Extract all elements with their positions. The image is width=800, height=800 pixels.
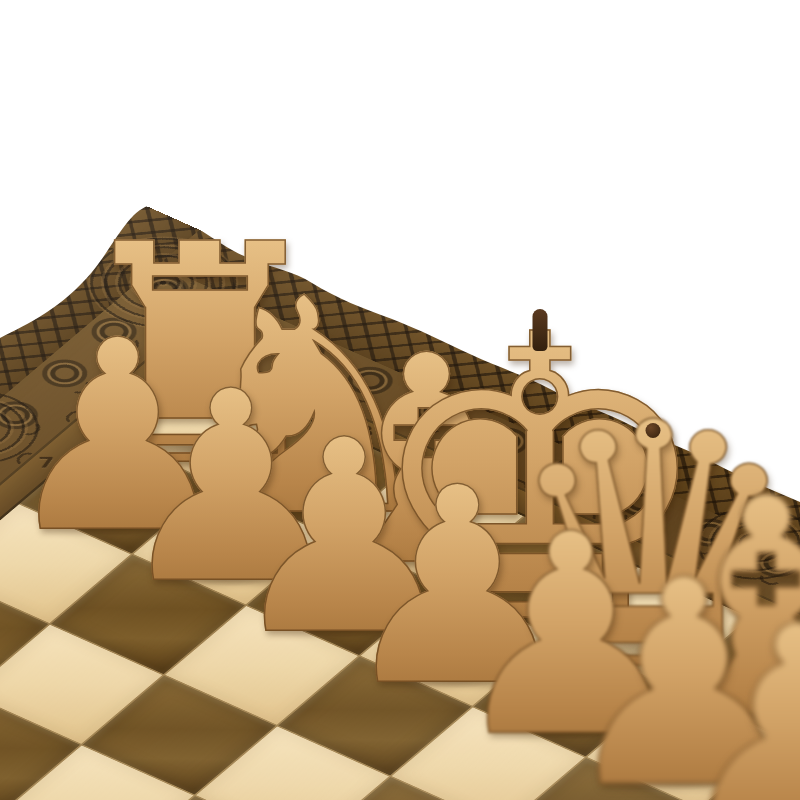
pawn-glyph: ♟: [653, 589, 800, 800]
pieces-layer: ♜♞♝♚♛♝♟♟♟♟♟♟♟: [0, 0, 800, 800]
product-photo-scene: ABCDEFGH 87654321 ♜♞♝♚♛♝♟♟♟♟♟♟♟: [0, 0, 800, 800]
piece-white-wood-pawn-g7[interactable]: ♟: [653, 589, 800, 800]
king-dark-finial: [532, 309, 547, 351]
